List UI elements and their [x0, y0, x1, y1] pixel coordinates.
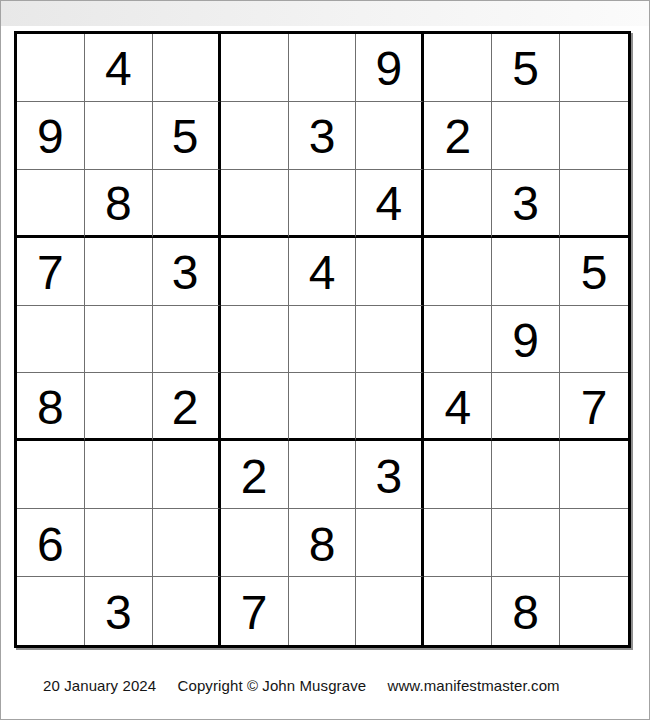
puzzle-date: 20 January 2024	[43, 677, 156, 694]
sudoku-cell-r5c5	[289, 306, 357, 374]
sudoku-cell-r8c4	[221, 509, 289, 577]
sudoku-cell-r2c7: 2	[424, 102, 492, 170]
sudoku-cell-r2c4	[221, 102, 289, 170]
sudoku-cell-r2c1: 9	[17, 102, 85, 170]
sudoku-cell-r6c6	[356, 373, 424, 441]
sudoku-cell-r6c3: 2	[153, 373, 221, 441]
sudoku-cell-r8c2	[85, 509, 153, 577]
sudoku-cell-r4c2	[85, 238, 153, 306]
sudoku-cell-r2c8	[492, 102, 560, 170]
sudoku-cell-r9c5	[289, 577, 357, 645]
sudoku-cell-r6c8	[492, 373, 560, 441]
sudoku-cell-r1c1	[17, 34, 85, 102]
sudoku-cell-r7c4: 2	[221, 441, 289, 509]
footer: 20 January 2024 Copyright © John Musgrav…	[43, 677, 560, 694]
sudoku-cell-r5c4	[221, 306, 289, 374]
sudoku-cell-r9c3	[153, 577, 221, 645]
sudoku-cell-r1c3	[153, 34, 221, 102]
sudoku-cell-r8c5: 8	[289, 509, 357, 577]
sudoku-cell-r1c6: 9	[356, 34, 424, 102]
sudoku-cell-r1c8: 5	[492, 34, 560, 102]
sudoku-cell-r2c9	[560, 102, 628, 170]
sudoku-cell-r3c9	[560, 170, 628, 238]
sudoku-cell-r7c9	[560, 441, 628, 509]
sudoku-cell-r4c9: 5	[560, 238, 628, 306]
sudoku-cell-r9c8: 8	[492, 577, 560, 645]
sudoku-cell-r8c9	[560, 509, 628, 577]
sudoku-cell-r8c7	[424, 509, 492, 577]
sudoku-cell-r4c4	[221, 238, 289, 306]
sudoku-cell-r6c4	[221, 373, 289, 441]
sudoku-cell-r1c4	[221, 34, 289, 102]
sudoku-cell-r9c2: 3	[85, 577, 153, 645]
sudoku-cell-r8c3	[153, 509, 221, 577]
sudoku-cell-r2c3: 5	[153, 102, 221, 170]
sudoku-cell-r5c1	[17, 306, 85, 374]
sudoku-grid: 49595328437345982472368378	[14, 31, 631, 648]
sudoku-cell-r7c3	[153, 441, 221, 509]
sudoku-cell-r3c5	[289, 170, 357, 238]
sudoku-cell-r2c6	[356, 102, 424, 170]
sudoku-cell-r5c9	[560, 306, 628, 374]
sudoku-cell-r1c9	[560, 34, 628, 102]
sudoku-cell-r3c1	[17, 170, 85, 238]
sudoku-cell-r3c4	[221, 170, 289, 238]
sudoku-cell-r7c1	[17, 441, 85, 509]
sudoku-cell-r7c5	[289, 441, 357, 509]
sudoku-cell-r6c9: 7	[560, 373, 628, 441]
sudoku-cell-r5c8: 9	[492, 306, 560, 374]
sudoku-cell-r6c7: 4	[424, 373, 492, 441]
sudoku-cell-r6c2	[85, 373, 153, 441]
sudoku-cell-r6c5	[289, 373, 357, 441]
sudoku-cell-r8c8	[492, 509, 560, 577]
sudoku-cell-r1c7	[424, 34, 492, 102]
sudoku-cell-r2c2	[85, 102, 153, 170]
sudoku-cell-r7c8	[492, 441, 560, 509]
sudoku-cell-r7c7	[424, 441, 492, 509]
sudoku-cell-r4c6	[356, 238, 424, 306]
sudoku-cell-r4c5: 4	[289, 238, 357, 306]
sudoku-cell-r3c3	[153, 170, 221, 238]
sudoku-cell-r5c3	[153, 306, 221, 374]
sudoku-cell-r7c6: 3	[356, 441, 424, 509]
sudoku-cell-r4c1: 7	[17, 238, 85, 306]
sudoku-cell-r3c8: 3	[492, 170, 560, 238]
sudoku-cell-r9c1	[17, 577, 85, 645]
puzzle-page: 49595328437345982472368378 20 January 20…	[0, 0, 650, 720]
sudoku-cell-r2c5: 3	[289, 102, 357, 170]
copyright-text: Copyright © John Musgrave	[178, 677, 367, 694]
sudoku-cell-r5c6	[356, 306, 424, 374]
sudoku-cell-r8c6	[356, 509, 424, 577]
sudoku-cell-r9c7	[424, 577, 492, 645]
website-url: www.manifestmaster.com	[387, 677, 559, 694]
sudoku-cell-r4c7	[424, 238, 492, 306]
sudoku-cell-r8c1: 6	[17, 509, 85, 577]
sudoku-cell-r5c7	[424, 306, 492, 374]
sudoku-cell-r4c8	[492, 238, 560, 306]
sudoku-cell-r1c5	[289, 34, 357, 102]
sudoku-cell-r9c6	[356, 577, 424, 645]
header-band	[1, 1, 649, 26]
sudoku-cell-r7c2	[85, 441, 153, 509]
sudoku-cell-r3c6: 4	[356, 170, 424, 238]
sudoku-cell-r3c7	[424, 170, 492, 238]
sudoku-cell-r9c4: 7	[221, 577, 289, 645]
sudoku-cell-r1c2: 4	[85, 34, 153, 102]
sudoku-cell-r5c2	[85, 306, 153, 374]
sudoku-cell-r3c2: 8	[85, 170, 153, 238]
sudoku-cell-r9c9	[560, 577, 628, 645]
sudoku-cell-r4c3: 3	[153, 238, 221, 306]
sudoku-cell-r6c1: 8	[17, 373, 85, 441]
